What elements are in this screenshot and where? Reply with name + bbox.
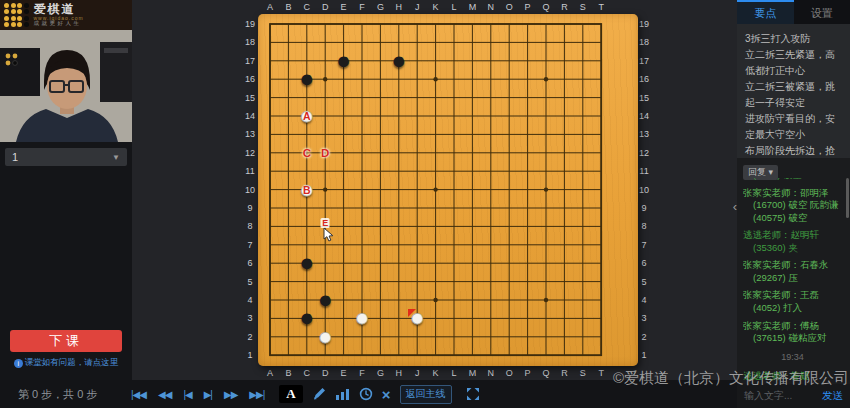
timer-tool-icon[interactable]: [359, 387, 373, 401]
lesson-note-2: 立二拆三先紧逼，高低都打正中心: [745, 47, 842, 79]
stone-label-B: B: [303, 184, 311, 196]
coord-top-F: F: [359, 2, 365, 12]
lesson-note-3: 立二拆三被紧逼，跳起一子得安定: [745, 79, 842, 111]
logo-title: 爱棋道: [34, 3, 84, 16]
coord-right-3: 3: [641, 313, 646, 323]
coord-top-G: G: [377, 2, 384, 12]
coord-left-13: 13: [245, 129, 255, 139]
lesson-note-1: 3拆三打入攻防: [745, 31, 842, 47]
lesson-note-4: 进攻防守看目的，安定最大守空小: [745, 111, 842, 143]
navigation-controls: |◀◀◀◀|◀▶|▶▶▶▶|: [128, 387, 267, 402]
coord-top-C: C: [304, 2, 311, 12]
delete-tool-icon[interactable]: ×: [382, 387, 391, 402]
instructor-illustration: [0, 30, 132, 142]
coord-left-1: 1: [247, 350, 252, 360]
chat-panel: 回复 ▾ 好，逃逃老师，晚上好张家实老师：郭东羽 (44281) 到老师晚上好（…: [737, 158, 850, 408]
logo-dot: [24, 22, 29, 27]
chat-message-6: 逃逃老师：张睿茜 (3142) 破空: [743, 178, 842, 182]
coord-left-19: 19: [245, 19, 255, 29]
last-move-button[interactable]: ▶▶|: [246, 387, 267, 402]
coord-left-17: 17: [245, 56, 255, 66]
coord-left-7: 7: [247, 240, 252, 250]
chat-message-9: 张家实老师：石春永 (29267) 压: [743, 259, 842, 284]
first-move-button[interactable]: |◀◀: [128, 387, 149, 402]
logo-dot: [17, 22, 22, 27]
coord-top-O: O: [506, 2, 513, 12]
logo-dot: [4, 22, 9, 27]
coord-left-8: 8: [247, 221, 252, 231]
tab-key-points[interactable]: 要点: [737, 0, 794, 24]
right-panel-tabs: 要点 设置: [737, 0, 850, 24]
logo-dot: [4, 3, 9, 8]
chart-tool-icon[interactable]: [335, 388, 350, 401]
point-label-D: D: [321, 147, 329, 159]
coord-bottom-L: L: [451, 368, 456, 378]
logo-dot: [11, 22, 16, 27]
coord-right-15: 15: [639, 93, 649, 103]
logo-dot: [24, 3, 29, 8]
stone-label-A: A: [303, 110, 311, 122]
last-move-marker: [408, 309, 416, 317]
coord-right-18: 18: [639, 37, 649, 47]
panel-collapse-arrow[interactable]: ‹: [731, 194, 739, 220]
coord-top-M: M: [469, 2, 477, 12]
coord-bottom-B: B: [285, 368, 291, 378]
coord-bottom-R: R: [561, 368, 568, 378]
camera-select-value: 1: [12, 151, 112, 163]
go-stones-logo-icon: [4, 3, 29, 28]
coord-bottom-J: J: [415, 368, 420, 378]
prev-move-button[interactable]: |◀: [180, 387, 194, 402]
coord-bottom-G: G: [377, 368, 384, 378]
instructor-video: [0, 30, 132, 142]
coord-right-13: 13: [639, 129, 649, 139]
lesson-note-5: 布局阶段先拆边，抢完拆边看打入: [745, 143, 842, 158]
left-sidebar: 爱棋道 www.iqidao.com 成就更好人生 1 ▼: [0, 0, 132, 380]
coord-left-6: 6: [247, 258, 252, 268]
coord-left-15: 15: [245, 93, 255, 103]
coord-left-5: 5: [247, 277, 252, 287]
coord-right-6: 6: [641, 258, 646, 268]
end-class-button[interactable]: 下课: [10, 330, 122, 352]
coord-left-11: 11: [245, 166, 254, 176]
coord-left-3: 3: [247, 313, 252, 323]
coord-top-D: D: [322, 2, 329, 12]
coord-top-L: L: [451, 2, 456, 12]
coord-left-18: 18: [245, 37, 255, 47]
logo-dot: [17, 3, 22, 8]
fullscreen-icon[interactable]: [466, 387, 480, 401]
coord-top-B: B: [285, 2, 291, 12]
point-label-C: C: [303, 147, 311, 159]
next-move-button[interactable]: ▶|: [201, 387, 215, 402]
mouse-cursor: [323, 227, 334, 246]
coord-right-11: 11: [639, 166, 648, 176]
coord-top-P: P: [525, 2, 531, 12]
chat-input-row: 输入文字... 发送: [737, 384, 850, 408]
coord-right-17: 17: [639, 56, 649, 66]
coord-bottom-P: P: [525, 368, 531, 378]
coord-right-4: 4: [641, 295, 646, 305]
coord-bottom-F: F: [359, 368, 365, 378]
coord-left-2: 2: [247, 332, 252, 342]
lesson-notes: 3拆三打入攻防立二拆三先紧逼，高低都打正中心立二拆三被紧逼，跳起一子得安定进攻防…: [737, 24, 850, 158]
coord-top-T: T: [598, 2, 604, 12]
logo-dot: [4, 16, 9, 21]
coord-bottom-T: T: [598, 368, 604, 378]
coord-left-14: 14: [245, 111, 255, 121]
logo-dot: [17, 16, 22, 21]
coord-bottom-C: C: [304, 368, 311, 378]
chat-scrollbar[interactable]: [846, 178, 849, 218]
coord-top-J: J: [415, 2, 420, 12]
chat-input[interactable]: 输入文字...: [744, 389, 822, 403]
coord-right-1: 1: [641, 350, 646, 360]
coord-bottom-S: S: [580, 368, 586, 378]
coord-bottom-A: A: [267, 368, 273, 378]
coord-bottom-D: D: [322, 368, 329, 378]
help-link-label: 课堂如有问题，请点这里: [25, 357, 119, 367]
coord-bottom-H: H: [396, 368, 403, 378]
coord-left-9: 9: [247, 203, 252, 213]
annotation-tools: A × 返回主线: [279, 385, 451, 404]
coord-right-19: 19: [639, 19, 649, 29]
logo-dot: [17, 9, 22, 14]
chat-timestamp: 19:34: [743, 352, 842, 364]
coord-top-H: H: [396, 2, 403, 12]
coord-bottom-O: O: [506, 368, 513, 378]
chat-message-13: 逃逃老师：答疑: [743, 370, 842, 383]
coord-top-A: A: [267, 2, 273, 12]
logo-slogan: 成就更好人生: [34, 21, 84, 27]
coord-top-R: R: [561, 2, 568, 12]
letter-tool-button[interactable]: A: [279, 385, 302, 403]
return-mainline-button[interactable]: 返回主线: [400, 385, 452, 404]
go-board[interactable]: ●●●●●●●●●●●ABCDE: [258, 14, 638, 366]
tab-settings[interactable]: 设置: [794, 0, 850, 24]
help-link[interactable]: i课堂如有问题，请点这里: [0, 357, 132, 369]
brush-tool-icon[interactable]: [312, 387, 326, 401]
coord-left-12: 12: [245, 148, 255, 158]
logo-dot: [11, 9, 16, 14]
logo-dot: [11, 16, 16, 21]
coord-right-12: 12: [639, 148, 649, 158]
coord-left-16: 16: [245, 74, 255, 84]
coord-bottom-N: N: [488, 368, 495, 378]
send-button[interactable]: 发送: [822, 389, 843, 403]
coord-left-10: 10: [245, 185, 255, 195]
coord-right-16: 16: [639, 74, 649, 84]
coord-top-Q: Q: [542, 2, 549, 12]
coord-right-7: 7: [641, 240, 646, 250]
coord-bottom-E: E: [341, 368, 347, 378]
right-panel: 要点 设置 3拆三打入攻防立二拆三先紧逼，高低都打正中心立二拆三被紧逼，跳起一子…: [737, 0, 850, 408]
coord-right-14: 14: [639, 111, 649, 121]
chat-message-11: 张家实老师：傅杨 (37615) 碰粘应对: [743, 320, 842, 345]
coord-right-8: 8: [641, 221, 646, 231]
iqidao-logo: 爱棋道 www.iqidao.com 成就更好人生: [0, 0, 132, 30]
logo-dot: [24, 9, 29, 14]
coord-bottom-K: K: [433, 368, 439, 378]
coord-right-2: 2: [641, 332, 646, 342]
chat-messages: 好，逃逃老师，晚上好张家实老师：郭东羽 (44281) 到老师晚上好（¥¥）逃逃…: [743, 178, 842, 383]
chevron-down-icon: ▼: [112, 153, 120, 162]
fast-backward-button[interactable]: ◀◀: [155, 387, 174, 402]
chat-message-10: 张家实老师：王磊 (4052) 打入: [743, 289, 842, 314]
logo-dot: [24, 16, 29, 21]
coord-right-9: 9: [641, 203, 646, 213]
logo-dot: [11, 3, 16, 8]
bottom-toolbar: 第 0 步，共 0 步 |◀◀◀◀|◀▶|▶▶▶▶| A × 返回主线: [0, 380, 737, 408]
chat-message-8: 逃逃老师：赵明轩 (35360) 夹: [743, 229, 842, 254]
move-counter: 第 0 步，共 0 步: [18, 387, 118, 402]
chat-message-7: 张家实老师：邵明泽 (16700) 破空 阮韵谦 (40575) 破空: [743, 187, 842, 225]
coord-left-4: 4: [247, 295, 252, 305]
coord-right-10: 10: [639, 185, 649, 195]
board-area: AA1919BB1818CC1717DD1616EE1515FF1414GG13…: [132, 0, 737, 380]
fast-forward-button[interactable]: ▶▶: [221, 387, 240, 402]
coord-bottom-M: M: [469, 368, 477, 378]
coord-top-S: S: [580, 2, 586, 12]
board-grid: [258, 14, 638, 366]
coord-right-5: 5: [641, 277, 646, 287]
coord-top-K: K: [433, 2, 439, 12]
info-icon: i: [14, 359, 23, 368]
coord-bottom-Q: Q: [542, 368, 549, 378]
camera-select[interactable]: 1 ▼: [5, 148, 127, 166]
coord-top-N: N: [488, 2, 495, 12]
logo-dot: [4, 9, 9, 14]
coord-top-E: E: [341, 2, 347, 12]
